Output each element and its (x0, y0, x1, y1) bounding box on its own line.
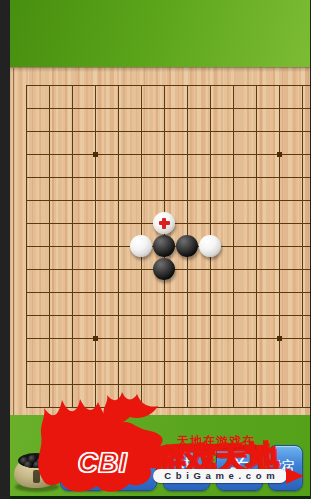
board-intersection[interactable] (130, 258, 153, 281)
board-intersection[interactable] (153, 281, 176, 304)
board-intersection[interactable] (291, 120, 311, 143)
board-intersection[interactable] (199, 281, 222, 304)
board-intersection[interactable] (107, 97, 130, 120)
board-intersection[interactable] (15, 235, 38, 258)
board-intersection[interactable] (268, 373, 291, 396)
board-intersection[interactable] (130, 97, 153, 120)
board-intersection[interactable] (268, 235, 291, 258)
board-intersection[interactable] (268, 97, 291, 120)
board-intersection[interactable] (222, 97, 245, 120)
board-intersection[interactable] (245, 304, 268, 327)
board-intersection[interactable] (130, 281, 153, 304)
board-intersection[interactable] (15, 189, 38, 212)
board-intersection[interactable] (84, 235, 107, 258)
board-intersection[interactable] (130, 304, 153, 327)
board-intersection[interactable] (291, 235, 311, 258)
black-stone (153, 258, 175, 280)
board-intersection[interactable] (199, 97, 222, 120)
board-intersection[interactable] (245, 373, 268, 396)
board-intersection[interactable] (291, 281, 311, 304)
board-intersection[interactable] (15, 350, 38, 373)
board-intersection[interactable] (38, 166, 61, 189)
board-intersection[interactable] (130, 189, 153, 212)
board-intersection[interactable] (153, 304, 176, 327)
board-intersection[interactable] (222, 189, 245, 212)
board-intersection[interactable] (153, 143, 176, 166)
board-intersection[interactable] (38, 120, 61, 143)
board-intersection[interactable] (38, 74, 61, 97)
board-intersection[interactable] (245, 350, 268, 373)
board-intersection[interactable] (153, 327, 176, 350)
board-intersection[interactable] (153, 166, 176, 189)
board-intersection[interactable] (107, 235, 130, 258)
stone-bowl (14, 450, 60, 495)
board-intersection[interactable] (61, 212, 84, 235)
board-intersection[interactable] (15, 327, 38, 350)
board-intersection[interactable] (107, 120, 130, 143)
toolbar-button-1[interactable]: 个 (60, 445, 107, 491)
board-intersection[interactable] (176, 327, 199, 350)
board-intersection[interactable] (38, 327, 61, 350)
bowl-stones (18, 453, 54, 468)
board-intersection[interactable] (291, 166, 311, 189)
board-intersection[interactable] (268, 327, 291, 350)
board-intersection[interactable] (222, 120, 245, 143)
board-intersection[interactable] (153, 97, 176, 120)
board-intersection[interactable] (268, 281, 291, 304)
board-intersection[interactable] (130, 74, 153, 97)
board-intersection[interactable] (107, 350, 130, 373)
board-intersection[interactable] (199, 74, 222, 97)
board-intersection[interactable] (84, 327, 107, 350)
board-intersection[interactable] (130, 373, 153, 396)
board-intersection[interactable] (38, 258, 61, 281)
board-intersection[interactable] (268, 143, 291, 166)
board-intersection[interactable] (222, 212, 245, 235)
app-screen: 个 局 棋 关 缩 天地在游戏在 游戏天地 C b i G a m e . c … (10, 0, 310, 499)
board-intersection[interactable] (291, 327, 311, 350)
bowl-front-mark (33, 470, 40, 483)
board-intersection[interactable] (245, 97, 268, 120)
board-intersection[interactable] (268, 120, 291, 143)
board-intersection[interactable] (107, 281, 130, 304)
board-intersection[interactable] (176, 143, 199, 166)
board-intersection[interactable] (199, 350, 222, 373)
board-intersection[interactable] (245, 281, 268, 304)
board-intersection[interactable] (38, 97, 61, 120)
board-intersection[interactable] (291, 189, 311, 212)
top-green-band (10, 0, 310, 67)
board-intersection[interactable] (130, 327, 153, 350)
board-intersection[interactable] (61, 97, 84, 120)
board-intersection[interactable] (84, 281, 107, 304)
board-intersection[interactable] (199, 304, 222, 327)
board-intersection[interactable] (199, 166, 222, 189)
board-intersection[interactable] (199, 143, 222, 166)
board-intersection[interactable] (245, 258, 268, 281)
board-intersection[interactable] (84, 143, 107, 166)
board-intersection[interactable] (61, 304, 84, 327)
board-intersection[interactable] (176, 258, 199, 281)
board-intersection[interactable] (245, 212, 268, 235)
board-intersection[interactable] (268, 258, 291, 281)
board-intersection[interactable] (268, 74, 291, 97)
board-intersection[interactable] (107, 258, 130, 281)
toolbar-button-5[interactable]: 缩 (268, 445, 303, 491)
board-intersection[interactable] (130, 120, 153, 143)
board-intersection[interactable] (176, 304, 199, 327)
board-intersection[interactable] (38, 350, 61, 373)
board-intersection[interactable] (84, 120, 107, 143)
board-intersection[interactable] (291, 258, 311, 281)
board-intersection[interactable] (61, 281, 84, 304)
board-intersection[interactable] (199, 373, 222, 396)
board-intersection[interactable] (107, 166, 130, 189)
black-stone (153, 235, 175, 257)
board-intersection[interactable] (222, 258, 245, 281)
board-intersection[interactable] (176, 212, 199, 235)
board-intersection[interactable] (38, 143, 61, 166)
board-intersection[interactable] (245, 143, 268, 166)
board-intersection[interactable] (61, 327, 84, 350)
white-stone (199, 235, 221, 257)
board-intersection[interactable] (61, 373, 84, 396)
board-intersection[interactable] (61, 235, 84, 258)
board-intersection[interactable] (291, 304, 311, 327)
board-intersection[interactable] (291, 373, 311, 396)
black-stone (176, 235, 198, 257)
board-intersection[interactable] (268, 350, 291, 373)
board-intersection[interactable] (291, 350, 311, 373)
board-intersection[interactable] (268, 166, 291, 189)
board-intersection[interactable] (245, 120, 268, 143)
board-intersection[interactable] (199, 258, 222, 281)
board-intersection[interactable] (222, 281, 245, 304)
board-intersection[interactable] (15, 143, 38, 166)
board-intersection[interactable] (245, 235, 268, 258)
board-intersection[interactable] (107, 74, 130, 97)
board-intersection[interactable] (38, 304, 61, 327)
board-intersection[interactable] (107, 304, 130, 327)
board-intersection[interactable] (176, 189, 199, 212)
board-intersection[interactable] (222, 304, 245, 327)
board-intersection[interactable] (268, 304, 291, 327)
board-intersection[interactable] (107, 327, 130, 350)
board-intersection[interactable] (130, 350, 153, 373)
board-intersection[interactable] (222, 166, 245, 189)
board-intersection[interactable] (84, 166, 107, 189)
board-intersection[interactable] (38, 373, 61, 396)
board-intersection[interactable] (38, 235, 61, 258)
board-intersection[interactable] (84, 74, 107, 97)
board-intersection[interactable] (199, 327, 222, 350)
board-intersection[interactable] (268, 189, 291, 212)
board-intersection[interactable] (61, 143, 84, 166)
board-intersection[interactable] (153, 373, 176, 396)
board-intersection[interactable] (61, 258, 84, 281)
board-intersection[interactable] (107, 143, 130, 166)
board-intersection[interactable] (15, 74, 38, 97)
board-intersection[interactable] (153, 74, 176, 97)
board-intersection[interactable] (176, 97, 199, 120)
board-intersection[interactable] (153, 120, 176, 143)
board-intersection[interactable] (15, 97, 38, 120)
board-intersection[interactable] (176, 281, 199, 304)
board-intersection[interactable] (107, 212, 130, 235)
board-intersection[interactable] (130, 166, 153, 189)
board-intersection[interactable] (291, 74, 311, 97)
board-intersection[interactable] (61, 120, 84, 143)
board-intersection[interactable] (61, 350, 84, 373)
toolbar-button-3[interactable]: 棋 (163, 445, 210, 491)
board-intersection[interactable] (107, 373, 130, 396)
board-intersection[interactable] (15, 212, 38, 235)
board-intersection[interactable] (245, 327, 268, 350)
board-intersection[interactable] (84, 189, 107, 212)
board-intersection[interactable] (15, 120, 38, 143)
board-intersection[interactable] (15, 281, 38, 304)
board-intersection[interactable] (38, 281, 61, 304)
board-intersection[interactable] (268, 212, 291, 235)
board-intersection[interactable] (153, 189, 176, 212)
board-intersection[interactable] (61, 166, 84, 189)
board-intersection[interactable] (84, 212, 107, 235)
board-intersection[interactable] (199, 189, 222, 212)
board-intersection[interactable] (15, 258, 38, 281)
board-intersection[interactable] (222, 74, 245, 97)
board-intersection[interactable] (15, 304, 38, 327)
board-intersection[interactable] (291, 212, 311, 235)
board-intersection[interactable] (222, 235, 245, 258)
board-intersection[interactable] (61, 74, 84, 97)
toolbar-button-2[interactable]: 局 (110, 445, 157, 491)
board-intersection[interactable] (199, 120, 222, 143)
board-intersection[interactable] (176, 350, 199, 373)
board-intersection[interactable] (38, 212, 61, 235)
board-intersection[interactable] (291, 143, 311, 166)
board-intersection[interactable] (222, 143, 245, 166)
board-intersection[interactable] (176, 373, 199, 396)
board-intersection[interactable] (176, 120, 199, 143)
board-intersection[interactable] (84, 373, 107, 396)
board-intersection[interactable] (245, 166, 268, 189)
board-intersection[interactable] (245, 74, 268, 97)
board-intersection[interactable] (130, 143, 153, 166)
board-intersection[interactable] (84, 97, 107, 120)
board-intersection[interactable] (84, 350, 107, 373)
board-intersection[interactable] (15, 166, 38, 189)
board-intersection[interactable] (222, 350, 245, 373)
board-intersection[interactable] (84, 258, 107, 281)
board-intersection[interactable] (176, 74, 199, 97)
board-intersection[interactable] (199, 212, 222, 235)
board-intersection[interactable] (291, 97, 311, 120)
board-intersection[interactable] (222, 327, 245, 350)
gomoku-board[interactable] (10, 67, 310, 415)
board-intersection[interactable] (176, 166, 199, 189)
board-intersection[interactable] (61, 189, 84, 212)
toolbar-button-4[interactable]: 关 (216, 445, 263, 491)
board-intersection[interactable] (130, 212, 153, 235)
white-stone (130, 235, 152, 257)
board-intersection[interactable] (84, 304, 107, 327)
board-intersection[interactable] (245, 189, 268, 212)
board-intersection[interactable] (222, 373, 245, 396)
board-intersection[interactable] (38, 189, 61, 212)
white-stone (153, 212, 175, 234)
board-intersection[interactable] (107, 189, 130, 212)
board-intersection[interactable] (15, 373, 38, 396)
board-intersection[interactable] (153, 350, 176, 373)
